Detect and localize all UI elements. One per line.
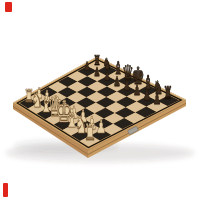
red-mark-top-left [5, 2, 12, 12]
red-mark-bottom-left [3, 183, 8, 197]
photo-artifacts [0, 0, 200, 200]
product-photo: ♜♞♟♝♟♛♟♚♟♝♟♞♟♟♜♟♟♜♟♟♞♟♝♟♛♟♚♟♝♟♞♜ [0, 0, 200, 200]
